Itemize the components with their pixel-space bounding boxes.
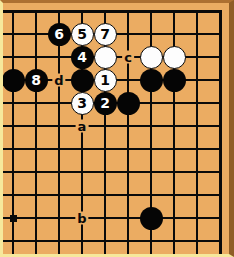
- stone-L16: 8: [25, 69, 48, 92]
- stone-R17: [163, 46, 186, 69]
- go-board-diagram: cdab65748132: [0, 0, 234, 257]
- grid-vline: [127, 10, 129, 255]
- grid-vline: [196, 10, 198, 255]
- point-label-a: a: [76, 120, 89, 133]
- move-number-6: 6: [54, 27, 64, 41]
- stone-O15: 2: [94, 92, 117, 115]
- stone-N18: 5: [71, 23, 94, 46]
- stone-M18: 6: [48, 23, 71, 46]
- stone-P15: [117, 92, 140, 115]
- stone-N16: [71, 69, 94, 92]
- stone-K16: [2, 69, 25, 92]
- move-number-2: 2: [100, 96, 110, 110]
- move-number-8: 8: [31, 73, 41, 87]
- stone-Q10: [140, 207, 163, 230]
- stone-O18: 7: [94, 23, 117, 46]
- stone-O16: 1: [94, 69, 117, 92]
- stone-Q17: [140, 46, 163, 69]
- point-label-b: b: [75, 212, 88, 225]
- point-label-c: c: [122, 51, 134, 64]
- star-point-K10: [10, 215, 17, 222]
- move-number-3: 3: [77, 96, 87, 110]
- move-number-1: 1: [100, 73, 110, 87]
- stone-N17: 4: [71, 46, 94, 69]
- grid-vline: [58, 10, 60, 255]
- move-number-7: 7: [100, 27, 110, 41]
- board-right-edge-line: [219, 10, 222, 255]
- point-label-d: d: [52, 74, 65, 87]
- grid-vline: [35, 10, 37, 255]
- stone-Q16: [140, 69, 163, 92]
- stone-O17: [94, 46, 117, 69]
- move-number-5: 5: [77, 27, 87, 41]
- stone-N15: 3: [71, 92, 94, 115]
- move-number-4: 4: [77, 50, 87, 64]
- stone-R16: [163, 69, 186, 92]
